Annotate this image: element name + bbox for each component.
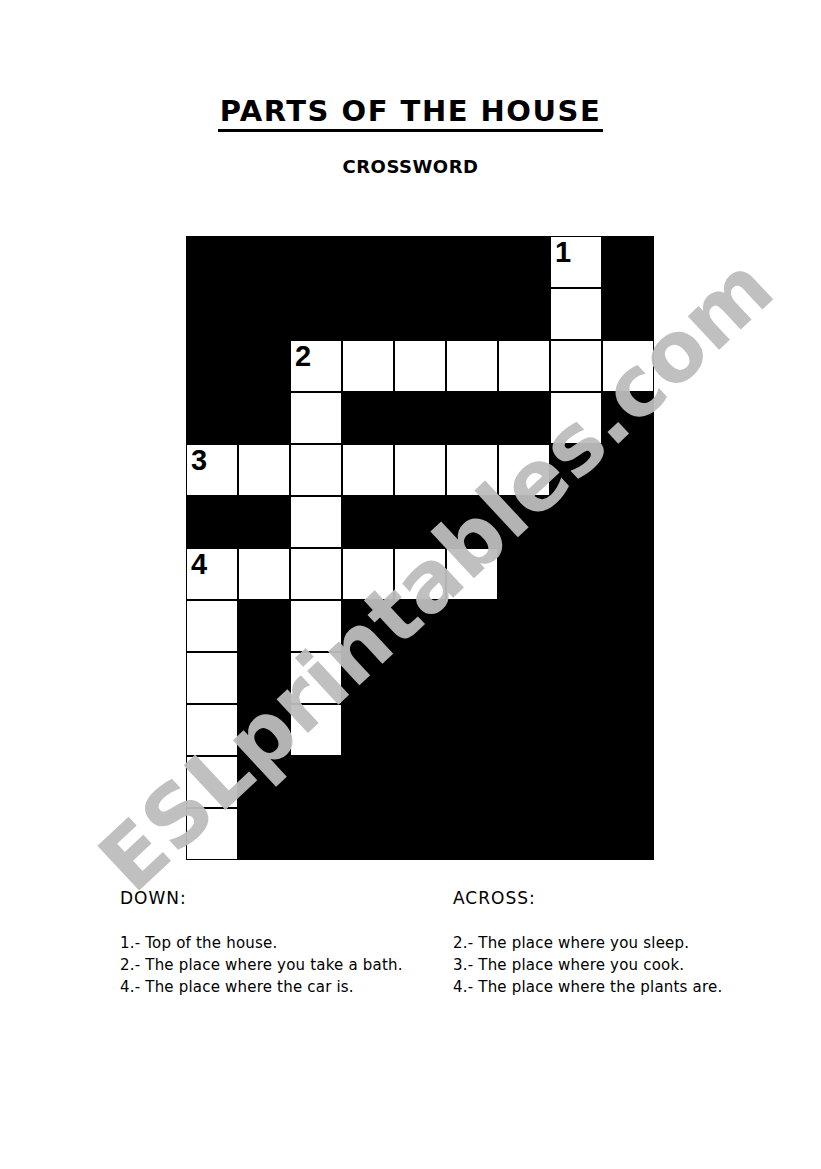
block-cell [394,600,446,652]
title-row: PARTS OF THE HOUSE [0,93,821,132]
block-cell [238,236,290,288]
down-clues-section: DOWN: 1.- Top of the house. 2.- The plac… [120,888,403,998]
block-cell [238,652,290,704]
down-clue-1: 1.- Top of the house. [120,932,403,954]
block-cell [602,496,654,548]
grid-cell-r4c4[interactable] [394,444,446,496]
block-cell [394,704,446,756]
block-cell [238,392,290,444]
block-cell [498,392,550,444]
block-cell [602,444,654,496]
grid-cell-r4c2[interactable] [290,444,342,496]
across-header: ACROSS: [453,888,722,908]
block-cell [238,600,290,652]
block-cell [498,808,550,860]
grid-cell-r6c2[interactable] [290,548,342,600]
grid-cell-r8c0[interactable] [186,652,238,704]
block-cell [550,756,602,808]
clue-number-3: 3 [191,445,207,476]
block-cell [550,496,602,548]
block-cell [550,808,602,860]
block-cell [394,808,446,860]
page-title: PARTS OF THE HOUSE [218,93,604,132]
block-cell [238,808,290,860]
grid-cell-r2c3[interactable] [342,340,394,392]
grid-cell-r2c2[interactable]: 2 [290,340,342,392]
block-cell [186,340,238,392]
grid-cell-r2c8[interactable] [602,340,654,392]
crossword-grid: 1234 [186,236,654,860]
across-clue-2: 2.- The place where you sleep. [453,932,722,954]
down-header: DOWN: [120,888,403,908]
grid-cell-r3c2[interactable] [290,392,342,444]
block-cell [446,236,498,288]
block-cell [498,548,550,600]
block-cell [394,496,446,548]
block-cell [394,652,446,704]
grid-cell-r8c2[interactable] [290,652,342,704]
block-cell [602,236,654,288]
down-clue-2: 2.- The place where you take a bath. [120,954,403,976]
grid-cell-r4c6[interactable] [498,444,550,496]
block-cell [342,600,394,652]
block-cell [394,288,446,340]
block-cell [238,340,290,392]
grid-cell-r4c1[interactable] [238,444,290,496]
grid-cell-r9c0[interactable] [186,704,238,756]
clue-number-2: 2 [295,341,311,372]
block-cell [394,236,446,288]
block-cell [602,808,654,860]
clue-number-4: 4 [191,549,207,580]
block-cell [446,704,498,756]
grid-cell-r6c1[interactable] [238,548,290,600]
block-cell [290,288,342,340]
block-cell [186,392,238,444]
block-cell [186,496,238,548]
block-cell [238,756,290,808]
block-cell [498,288,550,340]
grid-cell-r7c0[interactable] [186,600,238,652]
page-subtitle: CROSSWORD [343,156,479,177]
grid-cell-r2c6[interactable] [498,340,550,392]
down-clue-list: 1.- Top of the house. 2.- The place wher… [120,932,403,998]
grid-cell-r4c3[interactable] [342,444,394,496]
block-cell [550,704,602,756]
across-clue-3: 3.- The place where you cook. [453,954,722,976]
block-cell [394,392,446,444]
grid-cell-r6c3[interactable] [342,548,394,600]
grid-cell-r9c2[interactable] [290,704,342,756]
block-cell [446,756,498,808]
block-cell [446,600,498,652]
block-cell [602,548,654,600]
block-cell [498,496,550,548]
grid-cell-r1c7[interactable] [550,288,602,340]
block-cell [550,600,602,652]
block-cell [238,288,290,340]
block-cell [342,496,394,548]
block-cell [602,600,654,652]
block-cell [290,236,342,288]
grid-cell-r2c5[interactable] [446,340,498,392]
across-clue-list: 2.- The place where you sleep. 3.- The p… [453,932,722,998]
block-cell [446,392,498,444]
block-cell [342,808,394,860]
across-clue-4: 4.- The place where the plants are. [453,976,722,998]
block-cell [498,652,550,704]
block-cell [550,548,602,600]
down-clue-4: 4.- The place where the car is. [120,976,403,998]
block-cell [342,704,394,756]
block-cell [498,236,550,288]
grid-cell-r3c7[interactable] [550,392,602,444]
block-cell [186,288,238,340]
block-cell [238,496,290,548]
block-cell [498,756,550,808]
grid-cell-r4c0[interactable]: 3 [186,444,238,496]
grid-cell-r2c7[interactable] [550,340,602,392]
block-cell [498,704,550,756]
block-cell [238,704,290,756]
block-cell [602,392,654,444]
block-cell [342,756,394,808]
grid-cell-r5c2[interactable] [290,496,342,548]
grid-cell-r11c0[interactable] [186,808,238,860]
grid-cell-r7c2[interactable] [290,600,342,652]
block-cell [342,652,394,704]
block-cell [342,392,394,444]
block-cell [498,600,550,652]
block-cell [290,808,342,860]
block-cell [446,652,498,704]
block-cell [342,236,394,288]
block-cell [550,444,602,496]
block-cell [446,496,498,548]
grid-cell-r6c0[interactable]: 4 [186,548,238,600]
block-cell [446,808,498,860]
clue-number-1: 1 [555,237,571,268]
grid-cell-r10c0[interactable] [186,756,238,808]
block-cell [342,288,394,340]
block-cell [394,756,446,808]
grid-cell-r6c4[interactable] [394,548,446,600]
block-cell [602,756,654,808]
block-cell [602,652,654,704]
block-cell [446,288,498,340]
grid-cell-r2c4[interactable] [394,340,446,392]
block-cell [550,652,602,704]
block-cell [290,756,342,808]
grid-cell-r6c5[interactable] [446,548,498,600]
block-cell [602,288,654,340]
block-cell [186,236,238,288]
block-cell [602,704,654,756]
grid-cell-r4c5[interactable] [446,444,498,496]
subtitle-row: CROSSWORD [0,156,821,177]
across-clues-section: ACROSS: 2.- The place where you sleep. 3… [453,888,722,998]
grid-cell-r0c7[interactable]: 1 [550,236,602,288]
